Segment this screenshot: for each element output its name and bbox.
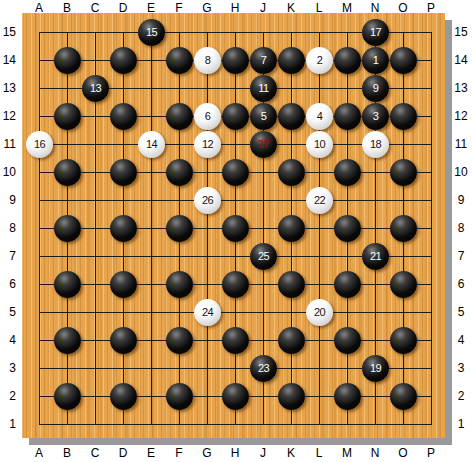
coord-label-col-top: N bbox=[365, 1, 385, 14]
coord-label-row-left: 3 bbox=[0, 361, 16, 375]
coord-label-col-top: P bbox=[421, 1, 441, 14]
stone-black-O10[interactable] bbox=[390, 159, 417, 186]
stone-black-O4[interactable] bbox=[390, 327, 417, 354]
move-number-2: 2 bbox=[317, 55, 323, 66]
stone-black-D2[interactable] bbox=[110, 383, 137, 410]
stone-black-N13[interactable]: 9 bbox=[362, 75, 389, 102]
stone-black-F14[interactable] bbox=[166, 47, 193, 74]
coord-label-row-left: 9 bbox=[0, 193, 16, 207]
stone-black-J14[interactable]: 7 bbox=[250, 47, 277, 74]
coord-label-row-right: 11 bbox=[452, 137, 470, 151]
stone-white-N11[interactable]: 18 bbox=[362, 131, 389, 158]
move-number-10: 10 bbox=[314, 139, 325, 150]
stone-black-D10[interactable] bbox=[110, 159, 137, 186]
stone-black-K10[interactable] bbox=[278, 159, 305, 186]
stone-black-D8[interactable] bbox=[110, 215, 137, 242]
stone-black-J3[interactable]: 23 bbox=[250, 355, 277, 382]
coord-label-col-top: G bbox=[197, 1, 217, 14]
stone-white-L11[interactable]: 10 bbox=[306, 131, 333, 158]
stone-black-B14[interactable] bbox=[54, 47, 81, 74]
move-number-22: 22 bbox=[314, 195, 325, 206]
stone-black-K2[interactable] bbox=[278, 383, 305, 410]
coord-label-row-right: 12 bbox=[452, 109, 470, 123]
stone-black-M14[interactable] bbox=[334, 47, 361, 74]
coord-label-col-top: K bbox=[281, 1, 301, 14]
move-number-16: 16 bbox=[34, 139, 45, 150]
move-number-13: 13 bbox=[90, 83, 101, 94]
stone-black-K4[interactable] bbox=[278, 327, 305, 354]
stone-black-B10[interactable] bbox=[54, 159, 81, 186]
move-number-3: 3 bbox=[373, 111, 379, 122]
stone-black-F8[interactable] bbox=[166, 215, 193, 242]
coord-label-row-left: 11 bbox=[0, 137, 16, 151]
move-number-27: 27 bbox=[258, 139, 269, 150]
move-number-24: 24 bbox=[202, 307, 213, 318]
coord-label-row-right: 6 bbox=[452, 277, 470, 291]
coord-label-col-top: D bbox=[113, 1, 133, 14]
coord-label-col-top: H bbox=[225, 1, 245, 14]
coord-label-row-right: 1 bbox=[452, 417, 470, 431]
stone-black-B4[interactable] bbox=[54, 327, 81, 354]
stone-white-L14[interactable]: 2 bbox=[306, 47, 333, 74]
stone-black-F2[interactable] bbox=[166, 383, 193, 410]
coord-label-row-right: 15 bbox=[452, 25, 470, 39]
stone-black-O8[interactable] bbox=[390, 215, 417, 242]
move-number-7: 7 bbox=[261, 55, 267, 66]
coord-label-row-left: 5 bbox=[0, 305, 16, 319]
move-number-4: 4 bbox=[317, 111, 323, 122]
coord-label-col-top: M bbox=[337, 1, 357, 14]
stone-black-H10[interactable] bbox=[222, 159, 249, 186]
coord-label-row-left: 8 bbox=[0, 221, 16, 235]
stone-black-N14[interactable]: 1 bbox=[362, 47, 389, 74]
coord-label-row-left: 2 bbox=[0, 389, 16, 403]
stone-black-J13[interactable]: 11 bbox=[250, 75, 277, 102]
stone-black-D4[interactable] bbox=[110, 327, 137, 354]
stone-black-F10[interactable] bbox=[166, 159, 193, 186]
stone-black-N7[interactable]: 21 bbox=[362, 243, 389, 270]
stone-black-H2[interactable] bbox=[222, 383, 249, 410]
move-number-20: 20 bbox=[314, 307, 325, 318]
coord-label-col-bottom: O bbox=[393, 446, 413, 459]
stone-black-H8[interactable] bbox=[222, 215, 249, 242]
move-number-15: 15 bbox=[146, 27, 157, 38]
stone-white-G12[interactable]: 6 bbox=[194, 103, 221, 130]
stone-black-F4[interactable] bbox=[166, 327, 193, 354]
coord-label-row-left: 14 bbox=[0, 53, 16, 67]
coord-label-row-left: 4 bbox=[0, 333, 16, 347]
move-number-12: 12 bbox=[202, 139, 213, 150]
stone-black-O12[interactable] bbox=[390, 103, 417, 130]
stone-black-N12[interactable]: 3 bbox=[362, 103, 389, 130]
coord-label-col-bottom: F bbox=[169, 446, 189, 459]
move-number-19: 19 bbox=[370, 363, 381, 374]
stone-white-L9[interactable]: 22 bbox=[306, 187, 333, 214]
coord-label-col-top: E bbox=[141, 1, 161, 14]
stone-black-D12[interactable] bbox=[110, 103, 137, 130]
coord-label-row-right: 9 bbox=[452, 193, 470, 207]
coord-label-row-right: 5 bbox=[452, 305, 470, 319]
move-number-21: 21 bbox=[370, 251, 381, 262]
stone-black-M2[interactable] bbox=[334, 383, 361, 410]
coord-label-row-right: 13 bbox=[452, 81, 470, 95]
grid-line-horizontal bbox=[39, 200, 432, 201]
stone-black-K6[interactable] bbox=[278, 271, 305, 298]
move-number-26: 26 bbox=[202, 195, 213, 206]
coord-label-col-bottom: N bbox=[365, 446, 385, 459]
stone-black-O6[interactable] bbox=[390, 271, 417, 298]
coord-label-col-bottom: H bbox=[225, 446, 245, 459]
stone-black-N15[interactable]: 17 bbox=[362, 19, 389, 46]
coord-label-col-top: O bbox=[393, 1, 413, 14]
stone-black-J7[interactable]: 25 bbox=[250, 243, 277, 270]
move-number-8: 8 bbox=[205, 55, 211, 66]
coord-label-row-left: 6 bbox=[0, 277, 16, 291]
stone-black-K14[interactable] bbox=[278, 47, 305, 74]
stone-black-F6[interactable] bbox=[166, 271, 193, 298]
coord-label-col-bottom: K bbox=[281, 446, 301, 459]
coord-label-col-bottom: D bbox=[113, 446, 133, 459]
coord-label-row-right: 8 bbox=[452, 221, 470, 235]
stone-black-C13[interactable]: 13 bbox=[82, 75, 109, 102]
stone-white-G5[interactable]: 24 bbox=[194, 299, 221, 326]
move-number-9: 9 bbox=[373, 83, 379, 94]
stone-black-J11[interactable]: 27 bbox=[250, 131, 277, 158]
coord-label-col-bottom: M bbox=[337, 446, 357, 459]
coord-label-row-left: 15 bbox=[0, 25, 16, 39]
coord-label-row-left: 12 bbox=[0, 109, 16, 123]
move-number-18: 18 bbox=[370, 139, 381, 150]
coord-label-row-left: 7 bbox=[0, 249, 16, 263]
stone-black-D14[interactable] bbox=[110, 47, 137, 74]
move-number-23: 23 bbox=[258, 363, 269, 374]
coord-label-row-right: 10 bbox=[452, 165, 470, 179]
move-number-11: 11 bbox=[258, 83, 268, 94]
stone-black-J12[interactable]: 5 bbox=[250, 103, 277, 130]
coord-label-col-bottom: G bbox=[197, 446, 217, 459]
coord-label-row-left: 10 bbox=[0, 165, 16, 179]
coord-label-row-right: 7 bbox=[452, 249, 470, 263]
coord-label-row-right: 4 bbox=[452, 333, 470, 347]
stone-black-B12[interactable] bbox=[54, 103, 81, 130]
move-number-1: 1 bbox=[373, 55, 379, 66]
move-number-14: 14 bbox=[146, 139, 157, 150]
go-diagram: AABBCCDDEEFFGGHHJJKKLLMMNNOOPP1515141413… bbox=[0, 0, 472, 462]
coord-label-col-top: L bbox=[309, 1, 329, 14]
stone-white-G11[interactable]: 12 bbox=[194, 131, 221, 158]
move-number-25: 25 bbox=[258, 251, 269, 262]
stone-black-H6[interactable] bbox=[222, 271, 249, 298]
stone-white-G14[interactable]: 8 bbox=[194, 47, 221, 74]
stone-white-L5[interactable]: 20 bbox=[306, 299, 333, 326]
stone-black-M10[interactable] bbox=[334, 159, 361, 186]
coord-label-col-top: F bbox=[169, 1, 189, 14]
stone-black-M12[interactable] bbox=[334, 103, 361, 130]
coord-label-row-right: 3 bbox=[452, 361, 470, 375]
coord-label-col-top: J bbox=[253, 1, 273, 14]
move-number-6: 6 bbox=[205, 111, 211, 122]
move-number-17: 17 bbox=[370, 27, 381, 38]
stone-black-K8[interactable] bbox=[278, 215, 305, 242]
grid-line-horizontal bbox=[39, 312, 432, 313]
coord-label-row-right: 14 bbox=[452, 53, 470, 67]
coord-label-col-bottom: A bbox=[29, 446, 49, 459]
coord-label-row-right: 2 bbox=[452, 389, 470, 403]
stone-black-H14[interactable] bbox=[222, 47, 249, 74]
stone-black-B6[interactable] bbox=[54, 271, 81, 298]
stone-black-B2[interactable] bbox=[54, 383, 81, 410]
coord-label-col-bottom: B bbox=[57, 446, 77, 459]
stone-black-N3[interactable]: 19 bbox=[362, 355, 389, 382]
move-number-5: 5 bbox=[261, 111, 267, 122]
stone-black-M4[interactable] bbox=[334, 327, 361, 354]
stone-white-A11[interactable]: 16 bbox=[26, 131, 53, 158]
coord-label-col-top: A bbox=[29, 1, 49, 14]
coord-label-row-left: 1 bbox=[0, 417, 16, 431]
coord-label-row-left: 13 bbox=[0, 81, 16, 95]
stone-white-L12[interactable]: 4 bbox=[306, 103, 333, 130]
stone-black-B8[interactable] bbox=[54, 215, 81, 242]
grid-line-horizontal bbox=[39, 424, 432, 425]
stone-black-H4[interactable] bbox=[222, 327, 249, 354]
stone-black-F12[interactable] bbox=[166, 103, 193, 130]
stone-black-H12[interactable] bbox=[222, 103, 249, 130]
stone-white-G9[interactable]: 26 bbox=[194, 187, 221, 214]
coord-label-col-bottom: J bbox=[253, 446, 273, 459]
coord-label-col-top: B bbox=[57, 1, 77, 14]
stone-white-E11[interactable]: 14 bbox=[138, 131, 165, 158]
stone-black-M6[interactable] bbox=[334, 271, 361, 298]
coord-label-col-top: C bbox=[85, 1, 105, 14]
stone-black-E15[interactable]: 15 bbox=[138, 19, 165, 46]
coord-label-col-bottom: C bbox=[85, 446, 105, 459]
stone-black-M8[interactable] bbox=[334, 215, 361, 242]
stone-black-O14[interactable] bbox=[390, 47, 417, 74]
stone-black-O2[interactable] bbox=[390, 383, 417, 410]
coord-label-col-bottom: L bbox=[309, 446, 329, 459]
stone-black-K12[interactable] bbox=[278, 103, 305, 130]
stone-black-D6[interactable] bbox=[110, 271, 137, 298]
coord-label-col-bottom: E bbox=[141, 446, 161, 459]
coord-label-col-bottom: P bbox=[421, 446, 441, 459]
